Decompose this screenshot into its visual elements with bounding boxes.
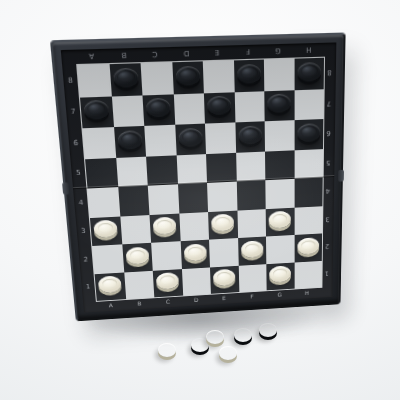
checker-black-d6[interactable] — [178, 128, 202, 147]
checker-white-g3[interactable] — [269, 211, 291, 229]
square-e7[interactable] — [204, 92, 235, 124]
square-g8[interactable] — [264, 59, 294, 91]
checker-black-b8[interactable] — [113, 67, 139, 87]
square-b8[interactable] — [109, 63, 142, 96]
square-f4[interactable] — [236, 180, 265, 210]
square-b5[interactable] — [116, 156, 148, 187]
square-c7[interactable] — [142, 94, 174, 126]
square-e8[interactable] — [203, 60, 234, 92]
checker-black-h8[interactable] — [297, 62, 320, 82]
checker-black-d8[interactable] — [175, 65, 200, 85]
square-b2[interactable] — [122, 243, 153, 272]
checker-black-g7[interactable] — [268, 94, 291, 113]
checker-black-f8[interactable] — [237, 64, 261, 84]
spare-checker-white-4[interactable] — [219, 346, 237, 360]
square-c3[interactable] — [149, 213, 180, 243]
square-d3[interactable] — [179, 212, 209, 242]
square-h1[interactable] — [294, 260, 322, 288]
checker-white-a3[interactable] — [94, 220, 119, 239]
checker-black-h6[interactable] — [297, 123, 320, 142]
square-d6[interactable] — [175, 124, 206, 155]
spare-checker-black-5[interactable] — [234, 328, 252, 342]
spare-checker-black-6[interactable] — [259, 323, 277, 337]
checker-black-c7[interactable] — [146, 98, 171, 118]
square-g7[interactable] — [264, 90, 294, 122]
square-d8[interactable] — [172, 61, 204, 94]
square-g1[interactable] — [266, 262, 294, 290]
square-a7[interactable] — [80, 96, 114, 128]
square-g5[interactable] — [265, 150, 294, 180]
checker-black-e7[interactable] — [207, 96, 231, 116]
checker-white-d2[interactable] — [184, 243, 207, 261]
square-e4[interactable] — [207, 182, 237, 212]
square-a6[interactable] — [83, 127, 116, 159]
square-a2[interactable] — [92, 244, 123, 273]
square-d4[interactable] — [178, 183, 209, 213]
square-g6[interactable] — [265, 120, 294, 151]
checker-black-a7[interactable] — [84, 100, 110, 120]
checker-white-e1[interactable] — [213, 269, 235, 287]
square-h2[interactable] — [294, 233, 322, 262]
square-c2[interactable] — [151, 241, 181, 270]
checker-white-c3[interactable] — [153, 217, 177, 235]
checker-white-b2[interactable] — [125, 247, 149, 265]
square-c8[interactable] — [141, 62, 174, 95]
square-g2[interactable] — [266, 235, 294, 264]
hinge-left — [62, 182, 69, 194]
square-c4[interactable] — [148, 184, 179, 214]
checker-white-c1[interactable] — [156, 272, 179, 290]
square-d1[interactable] — [181, 267, 210, 296]
square-f8[interactable] — [233, 60, 264, 92]
checker-black-f6[interactable] — [238, 125, 261, 144]
square-h3[interactable] — [294, 206, 322, 235]
checkers-board: ABCDEFGH ABCDEFGH 87654321 87654321 — [50, 32, 346, 321]
square-b4[interactable] — [118, 186, 150, 216]
square-g4[interactable] — [265, 179, 294, 209]
square-h7[interactable] — [294, 89, 324, 120]
square-e5[interactable] — [206, 152, 236, 183]
square-f1[interactable] — [238, 264, 266, 292]
square-f2[interactable] — [238, 237, 267, 266]
square-c5[interactable] — [146, 155, 177, 186]
square-b7[interactable] — [111, 95, 144, 127]
square-h8[interactable] — [294, 58, 324, 90]
square-h6[interactable] — [294, 119, 323, 150]
checker-white-a1[interactable] — [98, 276, 122, 294]
square-a5[interactable] — [85, 157, 118, 188]
hinge-right — [338, 170, 344, 182]
square-a4[interactable] — [88, 187, 120, 217]
square-a8[interactable] — [77, 64, 111, 97]
square-e3[interactable] — [208, 210, 238, 239]
square-a1[interactable] — [95, 272, 126, 301]
checker-black-b6[interactable] — [117, 130, 142, 149]
board-grid — [76, 57, 325, 302]
square-e1[interactable] — [210, 265, 239, 293]
scene: ABCDEFGH ABCDEFGH 87654321 87654321 — [0, 0, 400, 400]
square-c1[interactable] — [153, 269, 183, 298]
square-d5[interactable] — [176, 154, 207, 185]
checker-white-g1[interactable] — [269, 266, 291, 284]
square-e6[interactable] — [205, 122, 236, 153]
square-h4[interactable] — [294, 178, 323, 208]
square-e2[interactable] — [209, 238, 238, 267]
spare-checker-white-3[interactable] — [206, 330, 224, 344]
square-b1[interactable] — [124, 270, 155, 299]
square-f7[interactable] — [234, 91, 264, 123]
square-f5[interactable] — [236, 151, 266, 181]
square-f3[interactable] — [237, 209, 266, 238]
square-c6[interactable] — [144, 125, 176, 156]
checker-white-f2[interactable] — [241, 240, 263, 258]
square-h5[interactable] — [294, 149, 323, 179]
checker-white-e3[interactable] — [211, 214, 234, 232]
spare-checker-white-1[interactable] — [158, 343, 176, 357]
checker-white-h2[interactable] — [297, 237, 319, 255]
square-f6[interactable] — [235, 121, 265, 152]
square-d2[interactable] — [180, 240, 210, 269]
square-b3[interactable] — [120, 215, 151, 245]
square-d7[interactable] — [173, 93, 205, 125]
square-g3[interactable] — [266, 207, 294, 236]
square-b6[interactable] — [114, 126, 147, 158]
square-a3[interactable] — [90, 216, 122, 246]
